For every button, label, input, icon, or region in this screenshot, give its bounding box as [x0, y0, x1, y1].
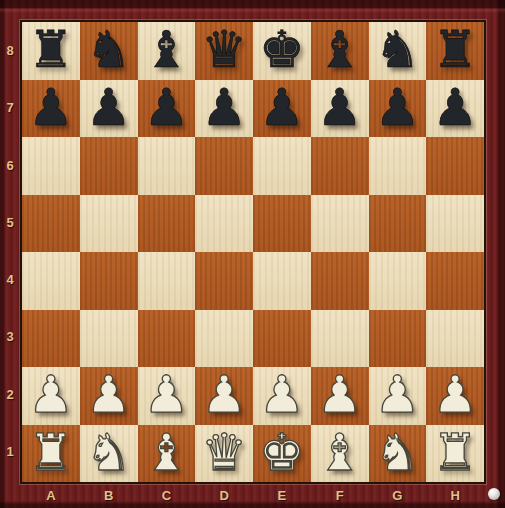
piece-black-pawn-e7[interactable]: ♟	[259, 82, 305, 133]
piece-black-pawn-g7[interactable]: ♟	[375, 82, 421, 133]
piece-black-pawn-b7[interactable]: ♟	[86, 82, 132, 133]
square-g4[interactable]	[369, 252, 427, 310]
square-e1[interactable]: ♚	[253, 425, 311, 483]
rank-label-7: 7	[0, 79, 20, 136]
square-h2[interactable]: ♟	[426, 367, 484, 425]
square-e8[interactable]: ♚	[253, 22, 311, 80]
square-c8[interactable]: ♝	[138, 22, 196, 80]
square-b7[interactable]: ♟	[80, 80, 138, 138]
square-a3[interactable]	[22, 310, 80, 368]
square-g8[interactable]: ♞	[369, 22, 427, 80]
board-frame: 87654321 ABCDEFGH ♜♞♝♛♚♝♞♜♟♟♟♟♟♟♟♟♟♟♟♟♟♟…	[0, 0, 505, 508]
square-h4[interactable]	[426, 252, 484, 310]
square-f6[interactable]	[311, 137, 369, 195]
square-e6[interactable]	[253, 137, 311, 195]
piece-black-pawn-a7[interactable]: ♟	[28, 82, 74, 133]
square-f7[interactable]: ♟	[311, 80, 369, 138]
square-d4[interactable]	[195, 252, 253, 310]
square-b3[interactable]	[80, 310, 138, 368]
square-e5[interactable]	[253, 195, 311, 253]
piece-white-pawn-h2[interactable]: ♟	[432, 369, 478, 420]
piece-black-rook-a8[interactable]: ♜	[28, 24, 74, 75]
piece-white-pawn-e2[interactable]: ♟	[259, 369, 305, 420]
piece-white-queen-d1[interactable]: ♛	[201, 427, 247, 478]
square-b1[interactable]: ♞	[80, 425, 138, 483]
piece-black-bishop-c8[interactable]: ♝	[144, 24, 190, 75]
rank-label-2: 2	[0, 366, 20, 423]
file-label-c: C	[138, 484, 196, 506]
square-e4[interactable]	[253, 252, 311, 310]
square-b4[interactable]	[80, 252, 138, 310]
square-g3[interactable]	[369, 310, 427, 368]
square-f2[interactable]: ♟	[311, 367, 369, 425]
square-a1[interactable]: ♜	[22, 425, 80, 483]
square-e3[interactable]	[253, 310, 311, 368]
square-d3[interactable]	[195, 310, 253, 368]
square-c4[interactable]	[138, 252, 196, 310]
piece-white-rook-a1[interactable]: ♜	[28, 427, 74, 478]
file-label-g: G	[369, 484, 427, 506]
square-g5[interactable]	[369, 195, 427, 253]
square-c7[interactable]: ♟	[138, 80, 196, 138]
piece-white-pawn-d2[interactable]: ♟	[201, 369, 247, 420]
square-f8[interactable]: ♝	[311, 22, 369, 80]
file-label-f: F	[311, 484, 369, 506]
piece-black-knight-b8[interactable]: ♞	[86, 24, 132, 75]
piece-black-pawn-f7[interactable]: ♟	[317, 82, 363, 133]
square-b2[interactable]: ♟	[80, 367, 138, 425]
square-h1[interactable]: ♜	[426, 425, 484, 483]
square-a6[interactable]	[22, 137, 80, 195]
file-label-a: A	[22, 484, 80, 506]
square-d2[interactable]: ♟	[195, 367, 253, 425]
square-f5[interactable]	[311, 195, 369, 253]
square-c2[interactable]: ♟	[138, 367, 196, 425]
file-label-d: D	[195, 484, 253, 506]
square-b5[interactable]	[80, 195, 138, 253]
square-d5[interactable]	[195, 195, 253, 253]
square-a7[interactable]: ♟	[22, 80, 80, 138]
square-c6[interactable]	[138, 137, 196, 195]
piece-white-bishop-f1[interactable]: ♝	[317, 427, 363, 478]
square-b6[interactable]	[80, 137, 138, 195]
piece-white-knight-b1[interactable]: ♞	[86, 427, 132, 478]
square-g1[interactable]: ♞	[369, 425, 427, 483]
piece-black-pawn-c7[interactable]: ♟	[144, 82, 190, 133]
piece-white-knight-g1[interactable]: ♞	[375, 427, 421, 478]
chess-board[interactable]: ♜♞♝♛♚♝♞♜♟♟♟♟♟♟♟♟♟♟♟♟♟♟♟♟♜♞♝♛♚♝♞♜	[20, 20, 486, 484]
piece-black-pawn-d7[interactable]: ♟	[201, 82, 247, 133]
square-e2[interactable]: ♟	[253, 367, 311, 425]
piece-black-king-e8[interactable]: ♚	[259, 24, 305, 75]
square-c1[interactable]: ♝	[138, 425, 196, 483]
square-h6[interactable]	[426, 137, 484, 195]
square-h7[interactable]: ♟	[426, 80, 484, 138]
rank-label-3: 3	[0, 308, 20, 365]
square-g2[interactable]: ♟	[369, 367, 427, 425]
square-b8[interactable]: ♞	[80, 22, 138, 80]
piece-black-knight-g8[interactable]: ♞	[375, 24, 421, 75]
square-c3[interactable]	[138, 310, 196, 368]
piece-black-pawn-h7[interactable]: ♟	[432, 82, 478, 133]
piece-white-pawn-g2[interactable]: ♟	[375, 369, 421, 420]
square-d8[interactable]: ♛	[195, 22, 253, 80]
piece-white-rook-h1[interactable]: ♜	[432, 427, 478, 478]
square-f4[interactable]	[311, 252, 369, 310]
piece-white-pawn-a2[interactable]: ♟	[28, 369, 74, 420]
file-labels: ABCDEFGH	[22, 484, 484, 506]
square-d6[interactable]	[195, 137, 253, 195]
piece-white-pawn-f2[interactable]: ♟	[317, 369, 363, 420]
piece-white-pawn-b2[interactable]: ♟	[86, 369, 132, 420]
rank-labels: 87654321	[0, 22, 20, 480]
rank-label-5: 5	[0, 194, 20, 251]
rank-label-8: 8	[0, 22, 20, 79]
piece-white-bishop-c1[interactable]: ♝	[144, 427, 190, 478]
square-e7[interactable]: ♟	[253, 80, 311, 138]
file-label-h: H	[426, 484, 484, 506]
rank-label-4: 4	[0, 251, 20, 308]
piece-black-bishop-f8[interactable]: ♝	[317, 24, 363, 75]
piece-black-rook-h8[interactable]: ♜	[432, 24, 478, 75]
file-label-e: E	[253, 484, 311, 506]
chess-app-window: 87654321 ABCDEFGH ♜♞♝♛♚♝♞♜♟♟♟♟♟♟♟♟♟♟♟♟♟♟…	[0, 0, 505, 508]
square-c5[interactable]	[138, 195, 196, 253]
file-label-b: B	[80, 484, 138, 506]
square-a4[interactable]	[22, 252, 80, 310]
square-d7[interactable]: ♟	[195, 80, 253, 138]
square-g7[interactable]: ♟	[369, 80, 427, 138]
square-a5[interactable]	[22, 195, 80, 253]
piece-white-king-e1[interactable]: ♚	[259, 427, 305, 478]
move-indicator-icon	[488, 488, 500, 500]
rank-label-1: 1	[0, 423, 20, 480]
piece-black-queen-d8[interactable]: ♛	[201, 24, 247, 75]
square-a2[interactable]: ♟	[22, 367, 80, 425]
square-a8[interactable]: ♜	[22, 22, 80, 80]
square-g6[interactable]	[369, 137, 427, 195]
rank-label-6: 6	[0, 137, 20, 194]
square-d1[interactable]: ♛	[195, 425, 253, 483]
square-f1[interactable]: ♝	[311, 425, 369, 483]
square-h8[interactable]: ♜	[426, 22, 484, 80]
square-f3[interactable]	[311, 310, 369, 368]
piece-white-pawn-c2[interactable]: ♟	[144, 369, 190, 420]
square-h3[interactable]	[426, 310, 484, 368]
square-h5[interactable]	[426, 195, 484, 253]
